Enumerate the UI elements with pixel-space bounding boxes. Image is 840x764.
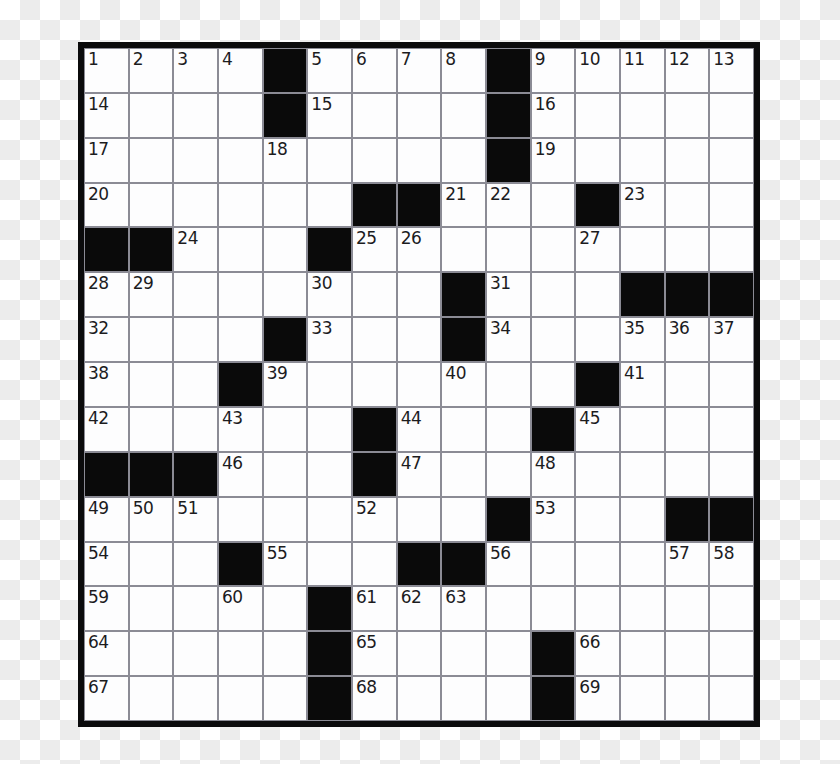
cell-r1c15[interactable]: 13 [709,48,754,93]
clue-number-24: 24 [177,229,198,249]
cell-r6c11[interactable] [531,272,576,317]
cell-r5c3[interactable]: 24 [173,227,218,272]
black-cell-r15c6 [307,676,352,721]
cell-r3c8[interactable] [397,138,442,183]
black-cell-r4c12 [575,183,620,228]
cell-r11c2[interactable]: 50 [129,497,174,542]
cell-r7c7[interactable] [352,317,397,362]
cell-r7c13[interactable]: 35 [620,317,665,362]
cell-r6c3[interactable] [173,272,218,317]
cell-r14c14[interactable] [665,631,710,676]
cell-r13c12[interactable] [575,586,620,631]
cell-r14c2[interactable] [129,631,174,676]
clue-number-34: 34 [490,319,511,339]
clue-number-11: 11 [624,50,645,70]
clue-number-40: 40 [445,364,466,384]
cell-r3c6[interactable] [307,138,352,183]
black-cell-r5c2 [129,227,174,272]
cell-r11c13[interactable] [620,497,665,542]
clue-number-47: 47 [401,454,422,474]
cell-r11c9[interactable] [441,497,486,542]
cell-r7c4[interactable] [218,317,263,362]
clue-number-35: 35 [624,319,645,339]
cell-r2c9[interactable] [441,93,486,138]
clue-number-46: 46 [222,454,243,474]
cell-r13c1[interactable]: 59 [84,586,129,631]
cell-r1c3[interactable]: 3 [173,48,218,93]
cell-r14c4[interactable] [218,631,263,676]
cell-r14c15[interactable] [709,631,754,676]
cell-r4c2[interactable] [129,183,174,228]
black-cell-r2c10 [486,93,531,138]
cell-r14c10[interactable] [486,631,531,676]
cell-r11c8[interactable] [397,497,442,542]
black-cell-r14c11 [531,631,576,676]
cell-r6c6[interactable]: 30 [307,272,352,317]
cell-r1c7[interactable]: 6 [352,48,397,93]
cell-r9c12[interactable]: 45 [575,407,620,452]
cell-r11c1[interactable]: 49 [84,497,129,542]
cell-r7c12[interactable] [575,317,620,362]
clue-number-30: 30 [311,274,332,294]
cell-r8c6[interactable] [307,362,352,407]
clue-number-27: 27 [579,229,600,249]
cell-r13c14[interactable] [665,586,710,631]
cell-r14c1[interactable]: 64 [84,631,129,676]
cell-r7c3[interactable] [173,317,218,362]
cell-r10c12[interactable] [575,452,620,497]
clue-number-62: 62 [401,588,422,608]
cell-r15c1[interactable]: 67 [84,676,129,721]
black-cell-r11c15 [709,497,754,542]
cell-r10c9[interactable] [441,452,486,497]
clue-number-64: 64 [88,633,109,653]
cell-r8c14[interactable] [665,362,710,407]
cell-r13c8[interactable]: 62 [397,586,442,631]
black-cell-r10c3 [173,452,218,497]
clue-number-42: 42 [88,409,109,429]
clue-number-22: 22 [490,185,511,205]
cell-r6c10[interactable]: 31 [486,272,531,317]
cell-r2c15[interactable] [709,93,754,138]
clue-number-68: 68 [356,678,377,698]
clue-number-59: 59 [88,588,109,608]
cell-r5c5[interactable] [263,227,308,272]
cell-r4c14[interactable] [665,183,710,228]
black-cell-r15c11 [531,676,576,721]
clue-number-12: 12 [669,50,690,70]
cell-r15c4[interactable] [218,676,263,721]
clue-number-67: 67 [88,678,109,698]
cell-r7c8[interactable] [397,317,442,362]
cell-r4c3[interactable] [173,183,218,228]
cell-r4c1[interactable]: 20 [84,183,129,228]
cell-r3c14[interactable] [665,138,710,183]
clue-number-29: 29 [133,274,154,294]
cell-r8c3[interactable] [173,362,218,407]
clue-number-21: 21 [445,185,466,205]
cell-r15c13[interactable] [620,676,665,721]
clue-number-63: 63 [445,588,466,608]
cell-r1c14[interactable]: 12 [665,48,710,93]
cell-r13c13[interactable] [620,586,665,631]
black-cell-r12c9 [441,542,486,587]
cell-r8c2[interactable] [129,362,174,407]
cell-r13c4[interactable]: 60 [218,586,263,631]
black-cell-r12c8 [397,542,442,587]
cell-r11c3[interactable]: 51 [173,497,218,542]
clue-number-8: 8 [445,50,455,70]
cell-r12c5[interactable]: 55 [263,542,308,587]
clue-number-52: 52 [356,499,377,519]
black-cell-r4c8 [397,183,442,228]
black-cell-r1c5 [263,48,308,93]
cell-r9c4[interactable]: 43 [218,407,263,452]
cell-r6c8[interactable] [397,272,442,317]
cell-r9c5[interactable] [263,407,308,452]
cell-r8c15[interactable] [709,362,754,407]
cell-r14c3[interactable] [173,631,218,676]
clue-number-1: 1 [88,50,98,70]
clue-number-5: 5 [311,50,321,70]
cell-r10c8[interactable]: 47 [397,452,442,497]
black-cell-r1c10 [486,48,531,93]
clue-number-50: 50 [133,499,154,519]
cell-r1c2[interactable]: 2 [129,48,174,93]
cell-r15c2[interactable] [129,676,174,721]
cell-r10c6[interactable] [307,452,352,497]
cell-r10c4[interactable]: 46 [218,452,263,497]
clue-number-23: 23 [624,185,645,205]
cell-r1c13[interactable]: 11 [620,48,665,93]
cell-r2c4[interactable] [218,93,263,138]
cell-r9c14[interactable] [665,407,710,452]
cell-r13c15[interactable] [709,586,754,631]
clue-number-37: 37 [713,319,734,339]
clue-number-69: 69 [579,678,600,698]
cell-r12c14[interactable]: 57 [665,542,710,587]
cell-r13c2[interactable] [129,586,174,631]
clue-number-38: 38 [88,364,109,384]
cell-r15c3[interactable] [173,676,218,721]
cell-r11c5[interactable] [263,497,308,542]
clue-number-60: 60 [222,588,243,608]
cell-r8c8[interactable] [397,362,442,407]
cell-r4c15[interactable] [709,183,754,228]
clue-number-10: 10 [579,50,600,70]
cell-r5c14[interactable] [665,227,710,272]
cell-r3c15[interactable] [709,138,754,183]
cell-r7c15[interactable]: 37 [709,317,754,362]
cell-r4c6[interactable] [307,183,352,228]
black-cell-r2c5 [263,93,308,138]
clue-number-53: 53 [535,499,556,519]
clue-number-14: 14 [88,95,109,115]
cell-r6c5[interactable] [263,272,308,317]
clue-number-61: 61 [356,588,377,608]
cell-r6c4[interactable] [218,272,263,317]
cell-r8c1[interactable]: 38 [84,362,129,407]
cell-r10c5[interactable] [263,452,308,497]
black-cell-r6c14 [665,272,710,317]
cell-r11c11[interactable]: 53 [531,497,576,542]
cell-r5c8[interactable]: 26 [397,227,442,272]
cell-r7c6[interactable]: 33 [307,317,352,362]
cell-r6c12[interactable] [575,272,620,317]
black-cell-r10c2 [129,452,174,497]
cell-r3c1[interactable]: 17 [84,138,129,183]
cell-r1c9[interactable]: 8 [441,48,486,93]
clue-number-54: 54 [88,544,109,564]
clue-number-17: 17 [88,140,109,160]
cell-r5c9[interactable] [441,227,486,272]
black-cell-r3c10 [486,138,531,183]
clue-number-26: 26 [401,229,422,249]
cell-r9c15[interactable] [709,407,754,452]
clue-number-31: 31 [490,274,511,294]
cell-r12c7[interactable] [352,542,397,587]
black-cell-r8c12 [575,362,620,407]
cell-r4c5[interactable] [263,183,308,228]
black-cell-r5c1 [84,227,129,272]
clue-number-32: 32 [88,319,109,339]
cell-r4c4[interactable] [218,183,263,228]
clue-number-25: 25 [356,229,377,249]
clue-number-51: 51 [177,499,198,519]
cell-r4c11[interactable] [531,183,576,228]
clue-number-28: 28 [88,274,109,294]
cell-r9c3[interactable] [173,407,218,452]
clue-number-41: 41 [624,364,645,384]
cell-r13c9[interactable]: 63 [441,586,486,631]
cell-r12c10[interactable]: 56 [486,542,531,587]
cell-r12c6[interactable] [307,542,352,587]
cell-r14c8[interactable] [397,631,442,676]
cell-r2c7[interactable] [352,93,397,138]
clue-number-43: 43 [222,409,243,429]
cell-r15c8[interactable] [397,676,442,721]
black-cell-r9c7 [352,407,397,452]
cell-r2c1[interactable]: 14 [84,93,129,138]
cell-r14c13[interactable] [620,631,665,676]
cell-r7c2[interactable] [129,317,174,362]
black-cell-r11c10 [486,497,531,542]
cell-r9c8[interactable]: 44 [397,407,442,452]
cell-r3c4[interactable] [218,138,263,183]
cell-r14c5[interactable] [263,631,308,676]
black-cell-r11c14 [665,497,710,542]
cell-r6c2[interactable]: 29 [129,272,174,317]
cell-r15c9[interactable] [441,676,486,721]
cell-r12c3[interactable] [173,542,218,587]
cell-r10c15[interactable] [709,452,754,497]
black-cell-r7c9 [441,317,486,362]
cell-r10c13[interactable] [620,452,665,497]
cell-r2c13[interactable] [620,93,665,138]
clue-number-15: 15 [311,95,332,115]
cell-r10c14[interactable] [665,452,710,497]
clue-number-45: 45 [579,409,600,429]
cell-r2c2[interactable] [129,93,174,138]
cell-r12c15[interactable]: 58 [709,542,754,587]
cell-r15c14[interactable] [665,676,710,721]
cell-r15c15[interactable] [709,676,754,721]
cell-r2c6[interactable]: 15 [307,93,352,138]
cell-r14c12[interactable]: 66 [575,631,620,676]
cell-r12c12[interactable] [575,542,620,587]
cell-r5c10[interactable] [486,227,531,272]
cell-r10c11[interactable]: 48 [531,452,576,497]
cell-r13c5[interactable] [263,586,308,631]
cell-r1c4[interactable]: 4 [218,48,263,93]
clue-number-44: 44 [401,409,422,429]
cell-r4c9[interactable]: 21 [441,183,486,228]
black-cell-r5c6 [307,227,352,272]
clue-number-56: 56 [490,544,511,564]
cell-r3c5[interactable]: 18 [263,138,308,183]
clue-number-16: 16 [535,95,556,115]
clue-number-20: 20 [88,185,109,205]
cell-r3c13[interactable] [620,138,665,183]
crossword-grid: 1234567891011121314151617181920212223242… [84,48,754,721]
black-cell-r14c6 [307,631,352,676]
cell-r6c1[interactable]: 28 [84,272,129,317]
cell-r11c4[interactable] [218,497,263,542]
cell-r8c10[interactable] [486,362,531,407]
cell-r5c7[interactable]: 25 [352,227,397,272]
clue-number-6: 6 [356,50,366,70]
cell-r15c12[interactable]: 69 [575,676,620,721]
clue-number-66: 66 [579,633,600,653]
cell-r11c6[interactable] [307,497,352,542]
black-cell-r4c7 [352,183,397,228]
cell-r11c7[interactable]: 52 [352,497,397,542]
cell-r7c11[interactable] [531,317,576,362]
cell-r7c14[interactable]: 36 [665,317,710,362]
clue-number-18: 18 [267,140,288,160]
cell-r3c7[interactable] [352,138,397,183]
cell-r1c8[interactable]: 7 [397,48,442,93]
cell-r9c10[interactable] [486,407,531,452]
cell-r1c12[interactable]: 10 [575,48,620,93]
cell-r7c1[interactable]: 32 [84,317,129,362]
clue-number-48: 48 [535,454,556,474]
cell-r5c4[interactable] [218,227,263,272]
black-cell-r6c13 [620,272,665,317]
cell-r4c13[interactable]: 23 [620,183,665,228]
cell-r1c6[interactable]: 5 [307,48,352,93]
cell-r5c15[interactable] [709,227,754,272]
cell-r12c13[interactable] [620,542,665,587]
cell-r12c1[interactable]: 54 [84,542,129,587]
black-cell-r6c15 [709,272,754,317]
clue-number-19: 19 [535,140,556,160]
cell-r10c10[interactable] [486,452,531,497]
cell-r8c7[interactable] [352,362,397,407]
cell-r15c7[interactable]: 68 [352,676,397,721]
clue-number-7: 7 [401,50,411,70]
cell-r15c5[interactable] [263,676,308,721]
clue-number-58: 58 [713,544,734,564]
cell-r9c9[interactable] [441,407,486,452]
cell-r9c2[interactable] [129,407,174,452]
clue-number-13: 13 [713,50,734,70]
cell-r14c7[interactable]: 65 [352,631,397,676]
cell-r8c5[interactable]: 39 [263,362,308,407]
black-cell-r12c4 [218,542,263,587]
cell-r13c7[interactable]: 61 [352,586,397,631]
cell-r12c11[interactable] [531,542,576,587]
cell-r13c10[interactable] [486,586,531,631]
cell-r3c2[interactable] [129,138,174,183]
clue-number-3: 3 [177,50,187,70]
clue-number-4: 4 [222,50,232,70]
clue-number-49: 49 [88,499,109,519]
cell-r5c13[interactable] [620,227,665,272]
cell-r9c6[interactable] [307,407,352,452]
clue-number-65: 65 [356,633,377,653]
clue-number-36: 36 [669,319,690,339]
cell-r1c1[interactable]: 1 [84,48,129,93]
cell-r8c11[interactable] [531,362,576,407]
clue-number-33: 33 [311,319,332,339]
cell-r9c1[interactable]: 42 [84,407,129,452]
cell-r15c10[interactable] [486,676,531,721]
cell-r13c11[interactable] [531,586,576,631]
cell-r9c13[interactable] [620,407,665,452]
black-cell-r13c6 [307,586,352,631]
cell-r12c2[interactable] [129,542,174,587]
cell-r3c3[interactable] [173,138,218,183]
cell-r2c8[interactable] [397,93,442,138]
cell-r2c12[interactable] [575,93,620,138]
cell-r3c11[interactable]: 19 [531,138,576,183]
cell-r3c9[interactable] [441,138,486,183]
cell-r4c10[interactable]: 22 [486,183,531,228]
cell-r7c10[interactable]: 34 [486,317,531,362]
cell-r2c14[interactable] [665,93,710,138]
clue-number-39: 39 [267,364,288,384]
crossword-board: 1234567891011121314151617181920212223242… [78,42,760,727]
cell-r14c9[interactable] [441,631,486,676]
cell-r13c3[interactable] [173,586,218,631]
black-cell-r10c1 [84,452,129,497]
black-cell-r9c11 [531,407,576,452]
clue-number-57: 57 [669,544,690,564]
black-cell-r8c4 [218,362,263,407]
cell-r3c12[interactable] [575,138,620,183]
cell-r2c11[interactable]: 16 [531,93,576,138]
cell-r11c12[interactable] [575,497,620,542]
black-cell-r7c5 [263,317,308,362]
cell-r5c11[interactable] [531,227,576,272]
cell-r2c3[interactable] [173,93,218,138]
clue-number-9: 9 [535,50,545,70]
clue-number-2: 2 [133,50,143,70]
clue-number-55: 55 [267,544,288,564]
cell-r6c7[interactable] [352,272,397,317]
black-cell-r6c9 [441,272,486,317]
cell-r5c12[interactable]: 27 [575,227,620,272]
cell-r1c11[interactable]: 9 [531,48,576,93]
cell-r8c9[interactable]: 40 [441,362,486,407]
black-cell-r10c7 [352,452,397,497]
cell-r8c13[interactable]: 41 [620,362,665,407]
